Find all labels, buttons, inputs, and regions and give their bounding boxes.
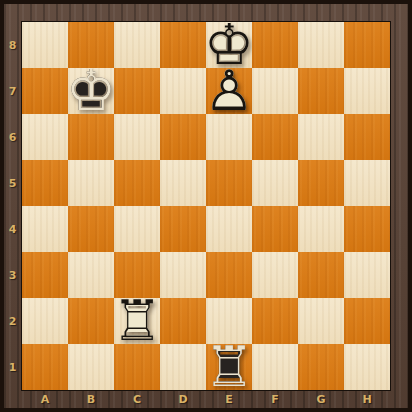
square-a5[interactable] bbox=[22, 160, 68, 206]
square-c7[interactable] bbox=[114, 68, 160, 114]
square-a4[interactable] bbox=[22, 206, 68, 252]
square-b7[interactable]: ♚♔ bbox=[68, 68, 114, 114]
black-king-outline-glyph: ♔ bbox=[68, 68, 114, 114]
square-d3[interactable] bbox=[160, 252, 206, 298]
square-d8[interactable] bbox=[160, 22, 206, 68]
square-b4[interactable] bbox=[68, 206, 114, 252]
square-g6[interactable] bbox=[298, 114, 344, 160]
square-b5[interactable] bbox=[68, 160, 114, 206]
file-label-h: H bbox=[344, 391, 390, 408]
square-b6[interactable] bbox=[68, 114, 114, 160]
black-rook-outline-glyph: ♖ bbox=[206, 344, 252, 390]
white-rook-outline-glyph: ♖ bbox=[114, 298, 160, 344]
square-a7[interactable] bbox=[22, 68, 68, 114]
square-h7[interactable] bbox=[344, 68, 390, 114]
rank-label-4: 4 bbox=[4, 206, 21, 252]
black-king[interactable]: ♚♔ bbox=[68, 68, 114, 114]
square-e5[interactable] bbox=[206, 160, 252, 206]
square-a6[interactable] bbox=[22, 114, 68, 160]
white-pawn-fill-glyph: ♟ bbox=[206, 68, 252, 114]
square-f4[interactable] bbox=[252, 206, 298, 252]
square-h4[interactable] bbox=[344, 206, 390, 252]
square-f3[interactable] bbox=[252, 252, 298, 298]
square-d2[interactable] bbox=[160, 298, 206, 344]
rank-labels: 8 7 6 5 4 3 2 1 bbox=[4, 22, 21, 390]
square-c6[interactable] bbox=[114, 114, 160, 160]
file-label-a: A bbox=[22, 391, 68, 408]
square-f5[interactable] bbox=[252, 160, 298, 206]
white-pawn[interactable]: ♟♙ bbox=[206, 68, 252, 114]
black-rook[interactable]: ♜♖ bbox=[206, 344, 252, 390]
square-c5[interactable] bbox=[114, 160, 160, 206]
square-c4[interactable] bbox=[114, 206, 160, 252]
file-label-c: C bbox=[114, 391, 160, 408]
square-c8[interactable] bbox=[114, 22, 160, 68]
square-h1[interactable] bbox=[344, 344, 390, 390]
square-e4[interactable] bbox=[206, 206, 252, 252]
file-label-f: F bbox=[252, 391, 298, 408]
black-rook-fill-glyph: ♜ bbox=[206, 344, 252, 390]
square-d5[interactable] bbox=[160, 160, 206, 206]
square-d6[interactable] bbox=[160, 114, 206, 160]
square-g5[interactable] bbox=[298, 160, 344, 206]
white-rook-fill-glyph: ♜ bbox=[114, 298, 160, 344]
square-b3[interactable] bbox=[68, 252, 114, 298]
file-label-g: G bbox=[298, 391, 344, 408]
square-h6[interactable] bbox=[344, 114, 390, 160]
square-f2[interactable] bbox=[252, 298, 298, 344]
board-squares: ♚♔♚♔♟♙♜♖♜♖ bbox=[21, 21, 391, 391]
rank-label-1: 1 bbox=[4, 344, 21, 390]
rank-label-6: 6 bbox=[4, 114, 21, 160]
square-h5[interactable] bbox=[344, 160, 390, 206]
square-e2[interactable] bbox=[206, 298, 252, 344]
square-f1[interactable] bbox=[252, 344, 298, 390]
square-c3[interactable] bbox=[114, 252, 160, 298]
rank-label-5: 5 bbox=[4, 160, 21, 206]
white-king[interactable]: ♚♔ bbox=[206, 22, 252, 68]
square-d1[interactable] bbox=[160, 344, 206, 390]
square-f8[interactable] bbox=[252, 22, 298, 68]
square-e1[interactable]: ♜♖ bbox=[206, 344, 252, 390]
square-g2[interactable] bbox=[298, 298, 344, 344]
square-e6[interactable] bbox=[206, 114, 252, 160]
square-a1[interactable] bbox=[22, 344, 68, 390]
square-e8[interactable]: ♚♔ bbox=[206, 22, 252, 68]
square-e3[interactable] bbox=[206, 252, 252, 298]
square-d4[interactable] bbox=[160, 206, 206, 252]
square-c2[interactable]: ♜♖ bbox=[114, 298, 160, 344]
rank-label-3: 3 bbox=[4, 252, 21, 298]
square-h8[interactable] bbox=[344, 22, 390, 68]
square-f7[interactable] bbox=[252, 68, 298, 114]
file-label-d: D bbox=[160, 391, 206, 408]
black-king-fill-glyph: ♚ bbox=[68, 68, 114, 114]
square-g7[interactable] bbox=[298, 68, 344, 114]
square-b8[interactable] bbox=[68, 22, 114, 68]
white-king-fill-glyph: ♚ bbox=[206, 22, 252, 68]
file-label-e: E bbox=[206, 391, 252, 408]
square-h3[interactable] bbox=[344, 252, 390, 298]
chess-board-window: 8 7 6 5 4 3 2 1 A B C D E F G H ♚♔♚♔♟♙♜♖… bbox=[0, 0, 412, 412]
rank-label-8: 8 bbox=[4, 22, 21, 68]
rank-label-2: 2 bbox=[4, 298, 21, 344]
square-g3[interactable] bbox=[298, 252, 344, 298]
square-e7[interactable]: ♟♙ bbox=[206, 68, 252, 114]
white-rook[interactable]: ♜♖ bbox=[114, 298, 160, 344]
file-label-b: B bbox=[68, 391, 114, 408]
rank-label-7: 7 bbox=[4, 68, 21, 114]
square-a8[interactable] bbox=[22, 22, 68, 68]
square-g4[interactable] bbox=[298, 206, 344, 252]
square-b2[interactable] bbox=[68, 298, 114, 344]
square-a2[interactable] bbox=[22, 298, 68, 344]
square-h2[interactable] bbox=[344, 298, 390, 344]
white-king-outline-glyph: ♔ bbox=[206, 22, 252, 68]
square-d7[interactable] bbox=[160, 68, 206, 114]
square-g1[interactable] bbox=[298, 344, 344, 390]
square-a3[interactable] bbox=[22, 252, 68, 298]
square-b1[interactable] bbox=[68, 344, 114, 390]
square-c1[interactable] bbox=[114, 344, 160, 390]
white-pawn-outline-glyph: ♙ bbox=[206, 68, 252, 114]
square-f6[interactable] bbox=[252, 114, 298, 160]
square-g8[interactable] bbox=[298, 22, 344, 68]
file-labels: A B C D E F G H bbox=[22, 391, 390, 408]
